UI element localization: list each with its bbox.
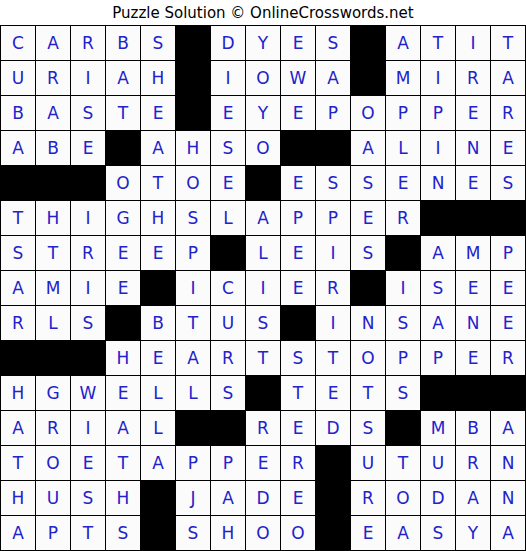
- black-cell: [246, 166, 281, 201]
- black-cell: [36, 166, 71, 201]
- letter-cell: S: [211, 376, 246, 411]
- letter-cell: S: [176, 516, 211, 551]
- letter-cell: Y: [456, 516, 491, 551]
- letter-cell: E: [281, 26, 316, 61]
- letter-cell: Y: [246, 26, 281, 61]
- letter-cell: I: [176, 271, 211, 306]
- black-cell: [281, 131, 316, 166]
- letter-cell: E: [491, 271, 526, 306]
- letter-cell: O: [281, 516, 316, 551]
- letter-cell: R: [491, 96, 526, 131]
- black-cell: [316, 131, 351, 166]
- letter-cell: S: [141, 26, 176, 61]
- letter-cell: W: [281, 61, 316, 96]
- letter-cell: H: [211, 516, 246, 551]
- black-cell: [316, 516, 351, 551]
- letter-cell: A: [386, 26, 421, 61]
- letter-cell: E: [281, 271, 316, 306]
- letter-cell: S: [71, 306, 106, 341]
- black-cell: [386, 236, 421, 271]
- letter-cell: P: [316, 201, 351, 236]
- black-cell: [176, 61, 211, 96]
- letter-cell: P: [421, 96, 456, 131]
- letter-cell: D: [421, 481, 456, 516]
- letter-cell: A: [316, 61, 351, 96]
- letter-cell: E: [71, 131, 106, 166]
- letter-cell: T: [141, 166, 176, 201]
- letter-cell: R: [36, 411, 71, 446]
- letter-cell: S: [1, 236, 36, 271]
- letter-cell: U: [36, 481, 71, 516]
- letter-cell: S: [421, 516, 456, 551]
- letter-cell: E: [141, 96, 176, 131]
- letter-cell: S: [316, 26, 351, 61]
- letter-cell: E: [316, 376, 351, 411]
- black-cell: [456, 201, 491, 236]
- letter-cell: A: [211, 481, 246, 516]
- letter-cell: O: [351, 96, 386, 131]
- letter-cell: R: [1, 306, 36, 341]
- letter-cell: W: [71, 376, 106, 411]
- letter-cell: E: [456, 271, 491, 306]
- letter-cell: E: [71, 446, 106, 481]
- letter-cell: S: [491, 166, 526, 201]
- black-cell: [211, 411, 246, 446]
- letter-cell: E: [211, 96, 246, 131]
- letter-cell: A: [36, 26, 71, 61]
- letter-cell: E: [141, 236, 176, 271]
- letter-cell: A: [386, 516, 421, 551]
- letter-cell: O: [246, 131, 281, 166]
- letter-cell: S: [386, 306, 421, 341]
- letter-cell: C: [211, 271, 246, 306]
- letter-cell: T: [246, 341, 281, 376]
- letter-cell: O: [246, 61, 281, 96]
- letter-cell: B: [1, 96, 36, 131]
- letter-cell: O: [246, 516, 281, 551]
- letter-cell: E: [211, 166, 246, 201]
- letter-cell: E: [456, 96, 491, 131]
- letter-cell: E: [351, 201, 386, 236]
- black-cell: [421, 376, 456, 411]
- letter-cell: O: [106, 166, 141, 201]
- letter-cell: L: [141, 411, 176, 446]
- letter-cell: U: [351, 446, 386, 481]
- letter-cell: H: [141, 201, 176, 236]
- letter-cell: I: [316, 236, 351, 271]
- letter-cell: A: [141, 131, 176, 166]
- letter-cell: O: [351, 341, 386, 376]
- letter-cell: P: [316, 96, 351, 131]
- letter-cell: H: [106, 481, 141, 516]
- letter-cell: P: [176, 446, 211, 481]
- letter-cell: A: [491, 411, 526, 446]
- black-cell: [1, 341, 36, 376]
- letter-cell: O: [36, 446, 71, 481]
- letter-cell: A: [36, 96, 71, 131]
- letter-cell: A: [106, 411, 141, 446]
- letter-cell: A: [351, 131, 386, 166]
- letter-cell: A: [1, 411, 36, 446]
- letter-cell: A: [176, 341, 211, 376]
- black-cell: [141, 271, 176, 306]
- black-cell: [71, 341, 106, 376]
- letter-cell: S: [386, 376, 421, 411]
- letter-cell: L: [211, 201, 246, 236]
- letter-cell: T: [351, 376, 386, 411]
- letter-cell: T: [1, 201, 36, 236]
- letter-cell: Y: [246, 96, 281, 131]
- letter-cell: A: [491, 61, 526, 96]
- letter-cell: O: [386, 481, 421, 516]
- letter-cell: E: [281, 481, 316, 516]
- black-cell: [351, 26, 386, 61]
- letter-cell: R: [71, 26, 106, 61]
- letter-cell: S: [246, 306, 281, 341]
- letter-cell: B: [141, 306, 176, 341]
- page-title: Puzzle Solution © OnlineCrosswords.net: [0, 0, 526, 25]
- black-cell: [351, 61, 386, 96]
- letter-cell: T: [1, 446, 36, 481]
- letter-cell: S: [176, 201, 211, 236]
- letter-cell: E: [386, 166, 421, 201]
- letter-cell: B: [106, 26, 141, 61]
- letter-cell: A: [456, 481, 491, 516]
- letter-cell: S: [106, 516, 141, 551]
- letter-cell: U: [211, 306, 246, 341]
- letter-cell: G: [36, 376, 71, 411]
- letter-cell: E: [141, 341, 176, 376]
- black-cell: [491, 376, 526, 411]
- letter-cell: I: [421, 61, 456, 96]
- letter-cell: E: [106, 271, 141, 306]
- letter-cell: R: [71, 236, 106, 271]
- letter-cell: S: [71, 481, 106, 516]
- letter-cell: R: [281, 446, 316, 481]
- letter-cell: T: [421, 26, 456, 61]
- crossword-grid: CARBSDYESATITURIAHIOWAMIRABASTEEYEPOPPER…: [0, 25, 526, 551]
- letter-cell: A: [106, 61, 141, 96]
- letter-cell: T: [281, 376, 316, 411]
- letter-cell: A: [1, 516, 36, 551]
- letter-cell: U: [421, 446, 456, 481]
- puzzle-solution-page: Puzzle Solution © OnlineCrosswords.net C…: [0, 0, 526, 551]
- black-cell: [351, 271, 386, 306]
- letter-cell: I: [456, 26, 491, 61]
- letter-cell: S: [351, 411, 386, 446]
- black-cell: [281, 306, 316, 341]
- letter-cell: M: [386, 61, 421, 96]
- letter-cell: L: [36, 306, 71, 341]
- letter-cell: P: [386, 341, 421, 376]
- letter-cell: T: [176, 306, 211, 341]
- letter-cell: E: [281, 411, 316, 446]
- letter-cell: R: [316, 271, 351, 306]
- letter-cell: I: [211, 61, 246, 96]
- letter-cell: E: [281, 236, 316, 271]
- letter-cell: A: [141, 446, 176, 481]
- letter-cell: R: [211, 341, 246, 376]
- black-cell: [246, 376, 281, 411]
- letter-cell: I: [421, 131, 456, 166]
- letter-cell: I: [386, 271, 421, 306]
- letter-cell: E: [106, 376, 141, 411]
- letter-cell: T: [71, 516, 106, 551]
- black-cell: [71, 166, 106, 201]
- letter-cell: R: [386, 201, 421, 236]
- letter-cell: G: [106, 201, 141, 236]
- letter-cell: A: [1, 271, 36, 306]
- letter-cell: H: [141, 61, 176, 96]
- letter-cell: S: [421, 271, 456, 306]
- letter-cell: H: [1, 481, 36, 516]
- letter-cell: B: [456, 411, 491, 446]
- letter-cell: L: [176, 376, 211, 411]
- letter-cell: U: [1, 61, 36, 96]
- letter-cell: E: [281, 166, 316, 201]
- black-cell: [211, 236, 246, 271]
- letter-cell: M: [36, 271, 71, 306]
- letter-cell: A: [491, 516, 526, 551]
- letter-cell: P: [36, 516, 71, 551]
- letter-cell: C: [1, 26, 36, 61]
- letter-cell: N: [491, 446, 526, 481]
- letter-cell: N: [456, 306, 491, 341]
- letter-cell: M: [456, 236, 491, 271]
- black-cell: [106, 131, 141, 166]
- letter-cell: D: [211, 26, 246, 61]
- letter-cell: T: [106, 96, 141, 131]
- letter-cell: I: [71, 411, 106, 446]
- letter-cell: P: [421, 341, 456, 376]
- black-cell: [106, 306, 141, 341]
- letter-cell: E: [351, 516, 386, 551]
- black-cell: [386, 411, 421, 446]
- black-cell: [316, 481, 351, 516]
- letter-cell: P: [211, 446, 246, 481]
- letter-cell: E: [106, 236, 141, 271]
- letter-cell: H: [106, 341, 141, 376]
- black-cell: [36, 341, 71, 376]
- letter-cell: R: [36, 61, 71, 96]
- letter-cell: D: [246, 481, 281, 516]
- letter-cell: T: [36, 236, 71, 271]
- letter-cell: E: [456, 341, 491, 376]
- letter-cell: H: [1, 376, 36, 411]
- letter-cell: N: [351, 306, 386, 341]
- letter-cell: E: [491, 131, 526, 166]
- letter-cell: P: [281, 201, 316, 236]
- letter-cell: E: [246, 446, 281, 481]
- letter-cell: S: [211, 131, 246, 166]
- letter-cell: A: [246, 201, 281, 236]
- letter-cell: T: [316, 341, 351, 376]
- letter-cell: I: [246, 271, 281, 306]
- letter-cell: N: [491, 481, 526, 516]
- letter-cell: A: [421, 306, 456, 341]
- letter-cell: S: [351, 236, 386, 271]
- letter-cell: E: [491, 306, 526, 341]
- letter-cell: T: [106, 446, 141, 481]
- letter-cell: I: [71, 271, 106, 306]
- letter-cell: D: [316, 411, 351, 446]
- black-cell: [141, 481, 176, 516]
- letter-cell: P: [386, 96, 421, 131]
- letter-cell: E: [456, 166, 491, 201]
- black-cell: [421, 201, 456, 236]
- letter-cell: S: [316, 166, 351, 201]
- black-cell: [316, 446, 351, 481]
- letter-cell: A: [421, 236, 456, 271]
- letter-cell: L: [386, 131, 421, 166]
- letter-cell: R: [491, 341, 526, 376]
- letter-cell: M: [421, 411, 456, 446]
- letter-cell: S: [71, 96, 106, 131]
- black-cell: [491, 201, 526, 236]
- letter-cell: T: [491, 26, 526, 61]
- black-cell: [1, 166, 36, 201]
- letter-cell: A: [1, 131, 36, 166]
- letter-cell: I: [71, 61, 106, 96]
- letter-cell: R: [456, 61, 491, 96]
- letter-cell: P: [491, 236, 526, 271]
- black-cell: [141, 516, 176, 551]
- letter-cell: T: [386, 446, 421, 481]
- letter-cell: R: [456, 446, 491, 481]
- letter-cell: I: [71, 201, 106, 236]
- letter-cell: R: [351, 481, 386, 516]
- black-cell: [176, 411, 211, 446]
- letter-cell: P: [176, 236, 211, 271]
- letter-cell: L: [141, 376, 176, 411]
- letter-cell: B: [36, 131, 71, 166]
- black-cell: [456, 376, 491, 411]
- letter-cell: S: [281, 341, 316, 376]
- letter-cell: H: [36, 201, 71, 236]
- letter-cell: S: [351, 166, 386, 201]
- letter-cell: N: [456, 131, 491, 166]
- letter-cell: I: [316, 306, 351, 341]
- letter-cell: J: [176, 481, 211, 516]
- letter-cell: L: [246, 236, 281, 271]
- letter-cell: H: [176, 131, 211, 166]
- letter-cell: E: [281, 96, 316, 131]
- letter-cell: O: [176, 166, 211, 201]
- letter-cell: N: [421, 166, 456, 201]
- black-cell: [176, 96, 211, 131]
- black-cell: [176, 26, 211, 61]
- letter-cell: R: [246, 411, 281, 446]
